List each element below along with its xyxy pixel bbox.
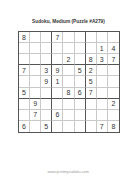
sudoku-cell-r8c4: 6 — [52, 110, 63, 121]
sudoku-cell-r6c4 — [52, 88, 63, 99]
sudoku-cell-r5c8 — [97, 76, 108, 87]
sudoku-cell-r9c2 — [30, 121, 41, 132]
sudoku-cell-r5c6 — [75, 76, 86, 87]
sudoku-cell-r3c8: 3 — [97, 54, 108, 65]
sudoku-cell-r8c1 — [19, 110, 30, 121]
sudoku-cell-r9c8: 7 — [97, 121, 108, 132]
sudoku-cell-r3c4 — [52, 54, 63, 65]
sudoku-cell-r1c4: 7 — [52, 32, 63, 43]
sudoku-cell-r3c5: 2 — [63, 54, 74, 65]
sudoku-cell-r8c8 — [97, 110, 108, 121]
sudoku-cell-r7c7 — [86, 99, 97, 110]
sudoku-cell-r1c9 — [108, 32, 119, 43]
sudoku-cell-r4c3: 3 — [41, 65, 52, 76]
sudoku-cell-r8c6 — [75, 110, 86, 121]
sudoku-cell-r8c3 — [41, 110, 52, 121]
sudoku-cell-r8c9 — [108, 110, 119, 121]
sudoku-cell-r6c2 — [30, 88, 41, 99]
sudoku-cell-r9c9: 8 — [108, 121, 119, 132]
sudoku-cell-r9c5 — [63, 121, 74, 132]
sudoku-cell-r3c6 — [75, 54, 86, 65]
sudoku-cell-r3c1 — [19, 54, 30, 65]
sudoku-cell-r2c5 — [63, 43, 74, 54]
sudoku-cell-r4c2 — [30, 65, 41, 76]
sudoku-cell-r4c6: 5 — [75, 65, 86, 76]
sudoku-cell-r5c1 — [19, 76, 30, 87]
sudoku-cell-r3c7: 8 — [86, 54, 97, 65]
sudoku-cell-r6c8 — [97, 88, 108, 99]
sudoku-cell-r7c4 — [52, 99, 63, 110]
sudoku-cell-r2c9: 4 — [108, 43, 119, 54]
sudoku-cell-r1c8 — [97, 32, 108, 43]
sudoku-cell-r8c2: 7 — [30, 110, 41, 121]
sudoku-cell-r8c5 — [63, 110, 74, 121]
sudoku-board: 8714283773952915586792766578 — [18, 31, 120, 133]
sudoku-cell-r2c8: 1 — [97, 43, 108, 54]
sudoku-cell-r2c7 — [86, 43, 97, 54]
sudoku-cell-r4c4: 9 — [52, 65, 63, 76]
sudoku-cell-r7c5 — [63, 99, 74, 110]
sudoku-cell-r2c3 — [41, 43, 52, 54]
sudoku-cell-r5c9 — [108, 76, 119, 87]
sudoku-cell-r2c4 — [52, 43, 63, 54]
sudoku-cell-r1c7 — [86, 32, 97, 43]
sudoku-cell-r7c8 — [97, 99, 108, 110]
sudoku-cell-r6c1: 5 — [19, 88, 30, 99]
page-title-text: Sudoku, Medium (Puzzle #A279) — [32, 19, 105, 24]
sudoku-cell-r9c3: 5 — [41, 121, 52, 132]
sudoku-cell-r1c5 — [63, 32, 74, 43]
sudoku-cell-r7c3 — [41, 99, 52, 110]
sudoku-cell-r6c3 — [41, 88, 52, 99]
sudoku-cell-r1c2 — [30, 32, 41, 43]
sudoku-cell-r3c3 — [41, 54, 52, 65]
sudoku-cell-r3c2 — [30, 54, 41, 65]
sudoku-cell-r5c7: 5 — [86, 76, 97, 87]
sudoku-cell-r7c6 — [75, 99, 86, 110]
sudoku-cell-r6c6: 6 — [75, 88, 86, 99]
footer: www.printmysudoku.com — [0, 161, 136, 176]
sudoku-cell-r4c7: 2 — [86, 65, 97, 76]
footer-url: www.printmysudoku.com — [47, 170, 88, 174]
sudoku-cell-r6c9 — [108, 88, 119, 99]
sudoku-cell-r9c4 — [52, 121, 63, 132]
sudoku-cell-r9c7 — [86, 121, 97, 132]
sudoku-cell-r1c3 — [41, 32, 52, 43]
page-title: Sudoku, Medium (Puzzle #A279) — [0, 11, 136, 29]
sudoku-cell-r9c1: 6 — [19, 121, 30, 132]
sudoku-cell-r4c9 — [108, 65, 119, 76]
sudoku-cell-r5c5 — [63, 76, 74, 87]
sudoku-cell-r6c5: 8 — [63, 88, 74, 99]
sudoku-cell-r7c9: 2 — [108, 99, 119, 110]
sudoku-cell-r2c1 — [19, 43, 30, 54]
sudoku-cell-r4c1: 7 — [19, 65, 30, 76]
sudoku-cell-r4c8 — [97, 65, 108, 76]
sudoku-cell-r6c7: 7 — [86, 88, 97, 99]
sudoku-cell-r7c1 — [19, 99, 30, 110]
sudoku-cell-r1c6 — [75, 32, 86, 43]
sudoku-cell-r5c2 — [30, 76, 41, 87]
sudoku-cell-r9c6 — [75, 121, 86, 132]
sudoku-cell-r5c4: 1 — [52, 76, 63, 87]
sudoku-cell-r4c5 — [63, 65, 74, 76]
sudoku-cell-r5c3: 9 — [41, 76, 52, 87]
sudoku-cell-r7c2: 9 — [30, 99, 41, 110]
sudoku-cell-r2c2 — [30, 43, 41, 54]
sudoku-cell-r1c1: 8 — [19, 32, 30, 43]
sudoku-cell-r2c6 — [75, 43, 86, 54]
sudoku-cell-r3c9: 7 — [108, 54, 119, 65]
sudoku-cell-r8c7 — [86, 110, 97, 121]
